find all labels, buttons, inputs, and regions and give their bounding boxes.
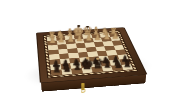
piece-white-knight: ♞ <box>56 29 65 39</box>
square-a4 <box>113 45 124 50</box>
square-a3 <box>111 41 122 46</box>
piece-white-rook: ♜ <box>110 27 118 36</box>
board-frame: ♜♞♝♚♛♝♞♜♟♟♟♟♟♟♟♟♟♟♟♟♟♟♟♟♜♞♝♚♛♝♞♜ <box>36 27 148 83</box>
square-g3 <box>57 44 67 49</box>
piece-finial <box>77 25 80 28</box>
border-inlay-mosaic: ♜♞♝♚♛♝♞♜♟♟♟♟♟♟♟♟♟♟♟♟♟♟♟♟♜♞♝♚♛♝♞♜ <box>43 30 138 78</box>
piece-black-rook: ♜ <box>123 59 132 69</box>
latch-ring-icon <box>80 88 85 93</box>
piece-finial <box>86 25 89 28</box>
chess-set: ♜♞♝♚♛♝♞♜♟♟♟♟♟♟♟♟♟♟♟♟♟♟♟♟♜♞♝♚♛♝♞♜ <box>36 27 148 83</box>
chess-board: ♜♞♝♚♛♝♞♜♟♟♟♟♟♟♟♟♟♟♟♟♟♟♟♟♜♞♝♚♛♝♞♜ <box>46 32 135 76</box>
brass-latch-icon <box>82 83 85 91</box>
product-photo-chess-set[interactable]: ♜♞♝♚♛♝♞♜♟♟♟♟♟♟♟♟♟♟♟♟♟♟♟♟♜♞♝♚♛♝♞♜ <box>0 0 175 105</box>
square-f4 <box>67 48 77 53</box>
square-a8: ♜ <box>121 64 133 70</box>
